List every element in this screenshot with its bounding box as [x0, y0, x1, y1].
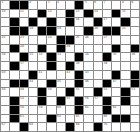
clue-number: 12 [48, 10, 52, 13]
white-cell[interactable]: 69 [75, 123, 83, 131]
clue-number: 57 [94, 97, 98, 100]
white-cell[interactable] [121, 106, 129, 114]
white-cell[interactable]: 35 [112, 53, 120, 61]
white-cell[interactable] [84, 115, 92, 123]
black-cell [112, 115, 120, 123]
white-cell[interactable]: 46 [84, 80, 92, 88]
black-cell [75, 80, 83, 88]
white-cell[interactable]: 38 [75, 62, 83, 70]
black-cell [20, 53, 28, 61]
white-cell[interactable]: 2 [29, 1, 37, 9]
white-cell[interactable]: 52 [103, 88, 111, 96]
white-cell[interactable] [57, 88, 65, 96]
white-cell[interactable] [47, 45, 55, 53]
white-cell[interactable] [66, 27, 74, 35]
white-cell[interactable]: 67 [1, 123, 9, 131]
clue-number: 1 [2, 1, 4, 4]
black-cell [38, 97, 46, 105]
clue-number: 44 [29, 80, 33, 83]
white-cell[interactable] [1, 18, 9, 26]
white-cell[interactable]: 49 [20, 88, 28, 96]
black-cell [10, 115, 18, 123]
clue-number: 4 [57, 1, 59, 4]
white-cell[interactable] [1, 62, 9, 70]
white-cell[interactable] [10, 88, 18, 96]
clue-number: 39 [103, 62, 107, 65]
white-cell[interactable]: 60 [57, 106, 65, 114]
white-cell[interactable] [94, 80, 102, 88]
white-cell[interactable] [84, 45, 92, 53]
white-cell[interactable]: 21 [121, 27, 129, 35]
white-cell[interactable]: 41 [38, 71, 46, 79]
clue-number: 22 [2, 36, 6, 39]
white-cell[interactable] [38, 36, 46, 44]
white-cell[interactable]: 55 [66, 97, 74, 105]
clue-number: 69 [76, 123, 80, 126]
white-cell[interactable]: 51 [75, 88, 83, 96]
white-cell[interactable]: 23 [20, 36, 28, 44]
black-cell [112, 71, 120, 79]
black-cell [47, 115, 55, 123]
white-cell[interactable] [131, 106, 139, 114]
white-cell[interactable]: 26 [84, 36, 92, 44]
white-cell[interactable]: 10 [1, 10, 9, 18]
white-cell[interactable]: 14 [94, 10, 102, 18]
clue-number: 32 [39, 53, 43, 56]
clue-number: 60 [57, 106, 61, 109]
white-cell[interactable] [29, 88, 37, 96]
black-cell [75, 53, 83, 61]
white-cell[interactable]: 17 [103, 18, 111, 26]
white-cell[interactable] [94, 53, 102, 61]
white-cell[interactable]: 48 [1, 88, 9, 96]
clue-number: 42 [66, 71, 70, 74]
white-cell[interactable] [20, 71, 28, 79]
white-cell[interactable] [121, 62, 129, 70]
black-cell [121, 88, 129, 96]
white-cell[interactable] [10, 123, 18, 131]
white-cell[interactable] [29, 106, 37, 114]
black-cell [10, 80, 18, 88]
clue-number: 40 [2, 71, 6, 74]
clue-number: 14 [94, 10, 98, 13]
white-cell[interactable] [94, 106, 102, 114]
white-cell[interactable]: 15 [121, 10, 129, 18]
white-cell[interactable]: 4 [57, 1, 65, 9]
black-cell [112, 45, 120, 53]
clue-number: 33 [57, 53, 61, 56]
black-cell [131, 80, 139, 88]
white-cell[interactable]: 6 [94, 1, 102, 9]
white-cell[interactable] [38, 1, 46, 9]
white-cell[interactable]: 37 [20, 62, 28, 70]
white-cell[interactable] [131, 62, 139, 70]
white-cell[interactable] [29, 36, 37, 44]
white-cell[interactable] [47, 71, 55, 79]
white-cell[interactable]: 27 [103, 36, 111, 44]
white-cell[interactable]: 16 [75, 18, 83, 26]
white-cell[interactable] [84, 123, 92, 131]
white-cell[interactable] [29, 45, 37, 53]
clue-number: 26 [85, 36, 89, 39]
clue-number: 13 [76, 10, 80, 13]
white-cell[interactable] [38, 115, 46, 123]
clue-number: 21 [122, 27, 126, 30]
clue-number: 29 [66, 45, 70, 48]
white-cell[interactable]: 40 [1, 71, 9, 79]
black-cell [10, 45, 18, 53]
black-cell [75, 106, 83, 114]
clue-number: 51 [76, 88, 80, 91]
white-cell[interactable]: 54 [20, 97, 28, 105]
white-cell[interactable] [20, 18, 28, 26]
clue-number: 15 [122, 10, 126, 13]
white-cell[interactable] [112, 18, 120, 26]
white-cell[interactable]: 5 [84, 1, 92, 9]
black-cell [112, 10, 120, 18]
clue-number: 11 [20, 10, 24, 13]
black-cell [66, 62, 74, 70]
black-cell [84, 10, 92, 18]
white-cell[interactable]: 56 [84, 97, 92, 105]
white-cell[interactable]: 9 [131, 1, 139, 9]
black-cell [47, 62, 55, 70]
white-cell[interactable] [47, 97, 55, 105]
white-cell[interactable] [121, 53, 129, 61]
black-cell [29, 18, 37, 26]
white-cell[interactable]: 61 [84, 106, 92, 114]
white-cell[interactable]: 57 [94, 97, 102, 105]
clue-number: 28 [20, 45, 24, 48]
white-cell[interactable]: 3 [47, 1, 55, 9]
clue-number: 30 [2, 53, 6, 56]
white-cell[interactable] [38, 18, 46, 26]
white-cell[interactable] [10, 36, 18, 44]
black-cell [66, 123, 74, 131]
black-cell [121, 18, 129, 26]
black-cell [66, 36, 74, 44]
clue-number: 10 [2, 10, 6, 13]
white-cell[interactable] [66, 53, 74, 61]
white-cell[interactable] [1, 97, 9, 105]
clue-number: 16 [76, 18, 80, 21]
clue-number: 24 [48, 36, 52, 39]
black-cell [10, 27, 18, 35]
black-cell [121, 97, 129, 105]
white-cell[interactable]: 1 [1, 1, 9, 9]
clue-number: 34 [85, 53, 89, 56]
white-cell[interactable] [103, 71, 111, 79]
white-cell[interactable]: 19 [57, 27, 65, 35]
black-cell [38, 27, 46, 35]
white-cell[interactable] [121, 80, 129, 88]
white-cell[interactable]: 11 [20, 10, 28, 18]
black-cell [131, 71, 139, 79]
white-cell[interactable]: 31 [29, 53, 37, 61]
black-cell [38, 45, 46, 53]
white-cell[interactable]: 33 [57, 53, 65, 61]
white-cell[interactable] [1, 115, 9, 123]
white-cell[interactable] [94, 115, 102, 123]
white-cell[interactable] [1, 80, 9, 88]
white-cell[interactable] [66, 1, 74, 9]
white-cell[interactable] [75, 27, 83, 35]
black-cell [10, 62, 18, 70]
white-cell[interactable] [112, 97, 120, 105]
black-cell [66, 10, 74, 18]
white-cell[interactable] [10, 10, 18, 18]
clue-number: 37 [20, 62, 24, 65]
black-cell [112, 27, 120, 35]
black-cell [20, 1, 28, 9]
clue-number: 2 [29, 1, 31, 4]
white-cell[interactable] [131, 18, 139, 26]
white-cell[interactable] [84, 18, 92, 26]
white-cell[interactable] [1, 27, 9, 35]
black-cell [84, 27, 92, 35]
clue-number: 41 [39, 71, 43, 74]
white-cell[interactable] [84, 88, 92, 96]
clue-number: 52 [103, 88, 107, 91]
clue-number: 63 [20, 115, 24, 118]
black-cell [103, 106, 111, 114]
white-cell[interactable] [38, 62, 46, 70]
white-cell[interactable]: 63 [20, 115, 28, 123]
white-cell[interactable]: 50 [47, 88, 55, 96]
clue-number: 36 [131, 53, 135, 56]
clue-number: 64 [57, 115, 61, 118]
white-cell[interactable] [57, 71, 65, 79]
white-cell[interactable] [57, 18, 65, 26]
black-cell [10, 1, 18, 9]
white-cell[interactable]: 30 [1, 53, 9, 61]
black-cell [47, 80, 55, 88]
clue-number: 66 [103, 115, 107, 118]
black-cell [57, 36, 65, 44]
white-cell[interactable]: 13 [75, 10, 83, 18]
white-cell[interactable] [29, 10, 37, 18]
black-cell [94, 88, 102, 96]
black-cell [10, 18, 18, 26]
black-cell [47, 18, 55, 26]
white-cell[interactable] [10, 71, 18, 79]
white-cell[interactable] [121, 123, 129, 131]
clue-number: 7 [103, 1, 105, 4]
white-cell[interactable] [121, 45, 129, 53]
white-cell[interactable]: 18 [29, 27, 37, 35]
clue-number: 20 [94, 27, 98, 30]
white-cell[interactable]: 28 [20, 45, 28, 53]
white-cell[interactable]: 22 [1, 36, 9, 44]
clue-number: 55 [66, 97, 70, 100]
clue-number: 56 [85, 97, 89, 100]
black-cell [94, 18, 102, 26]
white-cell[interactable] [103, 10, 111, 18]
white-cell[interactable]: 53 [131, 88, 139, 96]
crossword-board: 1234567891011121314151617181920212223242… [0, 0, 140, 132]
black-cell [10, 97, 18, 105]
white-cell[interactable] [103, 45, 111, 53]
white-cell[interactable] [75, 45, 83, 53]
white-cell[interactable]: 36 [131, 53, 139, 61]
clue-number: 25 [76, 36, 80, 39]
white-cell[interactable]: 24 [47, 36, 55, 44]
white-cell[interactable] [131, 36, 139, 44]
clue-number: 54 [20, 97, 24, 100]
clue-number: 68 [29, 123, 33, 126]
white-cell[interactable] [131, 115, 139, 123]
white-cell[interactable] [1, 45, 9, 53]
clue-number: 49 [20, 88, 24, 91]
white-cell[interactable] [47, 123, 55, 131]
clue-number: 50 [48, 88, 52, 91]
clue-number: 31 [29, 53, 33, 56]
white-cell[interactable] [121, 36, 129, 44]
black-cell [20, 123, 28, 131]
white-cell[interactable] [29, 115, 37, 123]
clue-number: 48 [2, 88, 6, 91]
black-cell [103, 53, 111, 61]
white-cell[interactable]: 8 [121, 1, 129, 9]
black-cell [131, 45, 139, 53]
black-cell [47, 53, 55, 61]
black-cell [121, 115, 129, 123]
black-cell [38, 10, 46, 18]
white-cell[interactable]: 45 [57, 80, 65, 88]
white-cell[interactable] [29, 62, 37, 70]
white-cell[interactable] [131, 27, 139, 35]
white-cell[interactable] [1, 106, 9, 114]
white-cell[interactable]: 65 [75, 115, 83, 123]
white-cell[interactable]: 62 [112, 106, 120, 114]
white-cell[interactable] [47, 106, 55, 114]
black-cell [20, 27, 28, 35]
clue-number: 17 [103, 18, 107, 21]
white-cell[interactable] [112, 123, 120, 131]
white-cell[interactable] [66, 106, 74, 114]
white-cell[interactable] [112, 62, 120, 70]
clue-number: 18 [29, 27, 33, 30]
clue-number: 62 [113, 106, 117, 109]
white-cell[interactable] [57, 62, 65, 70]
white-cell[interactable]: 44 [29, 80, 37, 88]
clue-number: 46 [85, 80, 89, 83]
black-cell [47, 27, 55, 35]
white-cell[interactable] [112, 36, 120, 44]
black-cell [66, 18, 74, 26]
black-cell [66, 88, 74, 96]
black-cell [94, 123, 102, 131]
clue-number: 9 [131, 1, 133, 4]
clue-number: 3 [48, 1, 50, 4]
white-cell[interactable]: 42 [66, 71, 74, 79]
white-cell[interactable]: 32 [38, 53, 46, 61]
clue-number: 45 [57, 80, 61, 83]
black-cell [103, 80, 111, 88]
white-cell[interactable]: 68 [29, 123, 37, 131]
clue-number: 5 [85, 1, 87, 4]
black-cell [75, 97, 83, 105]
white-cell[interactable] [121, 71, 129, 79]
white-cell[interactable]: 66 [103, 115, 111, 123]
white-cell[interactable] [66, 115, 74, 123]
white-cell[interactable]: 7 [103, 1, 111, 9]
white-cell[interactable] [84, 62, 92, 70]
black-cell [20, 80, 28, 88]
clue-number: 38 [76, 62, 80, 65]
white-cell[interactable]: 47 [112, 80, 120, 88]
clue-number: 6 [94, 1, 96, 4]
white-cell[interactable]: 34 [84, 53, 92, 61]
white-cell[interactable] [38, 123, 46, 131]
white-cell[interactable]: 64 [57, 115, 65, 123]
clue-number: 47 [113, 80, 117, 83]
clue-number: 35 [113, 53, 117, 56]
white-cell[interactable]: 70 [103, 123, 111, 131]
white-cell[interactable] [94, 71, 102, 79]
white-cell[interactable] [94, 45, 102, 53]
clue-number: 65 [76, 115, 80, 118]
white-cell[interactable]: 43 [84, 71, 92, 79]
white-cell[interactable] [10, 53, 18, 61]
white-cell[interactable]: 12 [47, 10, 55, 18]
white-cell[interactable] [66, 80, 74, 88]
white-cell[interactable] [94, 36, 102, 44]
white-cell[interactable] [131, 123, 139, 131]
white-cell[interactable] [131, 97, 139, 105]
black-cell [38, 88, 46, 96]
white-cell[interactable]: 58 [20, 106, 28, 114]
white-cell[interactable] [131, 10, 139, 18]
white-cell[interactable]: 29 [66, 45, 74, 53]
clue-number: 59 [39, 106, 43, 109]
clue-number: 23 [20, 36, 24, 39]
clue-number: 19 [57, 27, 61, 30]
black-cell [57, 45, 65, 53]
white-cell[interactable]: 59 [38, 106, 46, 114]
clue-number: 70 [103, 123, 107, 126]
white-cell[interactable]: 20 [94, 27, 102, 35]
black-cell [29, 71, 37, 79]
white-cell[interactable] [29, 97, 37, 105]
clue-number: 67 [2, 123, 6, 126]
clue-number: 27 [103, 36, 107, 39]
white-cell[interactable]: 39 [103, 62, 111, 70]
white-cell[interactable] [112, 1, 120, 9]
white-cell[interactable] [94, 62, 102, 70]
white-cell[interactable] [57, 123, 65, 131]
clue-number: 43 [85, 71, 89, 74]
black-cell [103, 27, 111, 35]
clue-number: 58 [20, 106, 24, 109]
black-cell [57, 97, 65, 105]
black-cell [103, 97, 111, 105]
white-cell[interactable] [57, 10, 65, 18]
black-cell [75, 1, 83, 9]
white-cell[interactable] [112, 88, 120, 96]
black-cell [10, 106, 18, 114]
clue-number: 61 [85, 106, 89, 109]
white-cell[interactable]: 25 [75, 36, 83, 44]
clue-number: 53 [131, 88, 135, 91]
white-cell[interactable] [38, 80, 46, 88]
clue-number: 8 [122, 1, 124, 4]
black-cell [75, 71, 83, 79]
